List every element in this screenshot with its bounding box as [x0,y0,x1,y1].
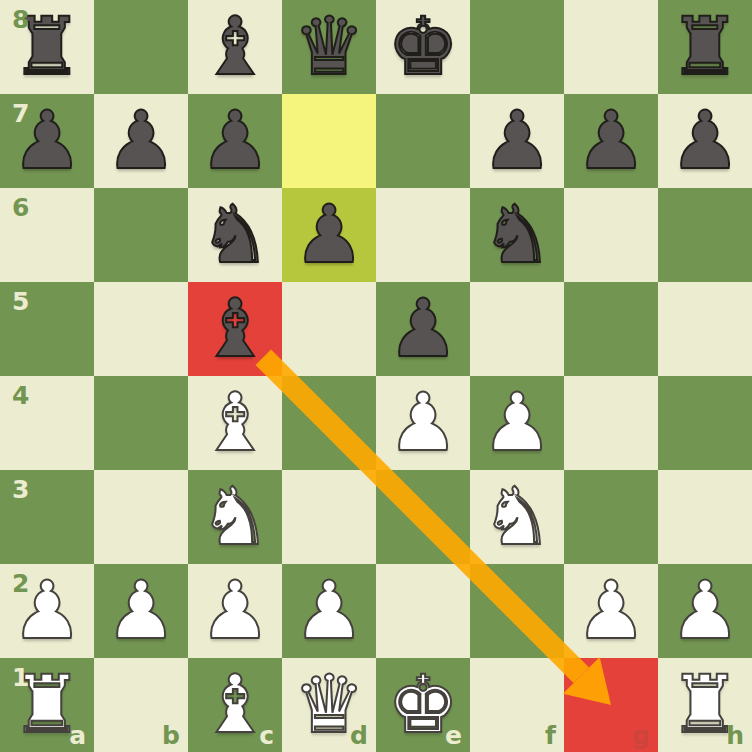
square-a6[interactable]: 6 [0,188,94,282]
square-h7[interactable]: ♟ [658,94,752,188]
square-f7[interactable]: ♟ [470,94,564,188]
piece-white-pawn[interactable]: ♟ [376,376,470,470]
piece-white-pawn[interactable]: ♟ [470,376,564,470]
piece-black-pawn[interactable]: ♟ [470,94,564,188]
rank-label-5: 5 [12,287,29,316]
rank-label-7: 7 [12,99,29,128]
square-e8[interactable]: ♚ [376,0,470,94]
file-label-d: d [350,721,368,750]
piece-white-bishop[interactable]: ♝ [188,376,282,470]
square-e3[interactable] [376,470,470,564]
rank-label-4: 4 [12,381,29,410]
piece-white-pawn[interactable]: ♟ [188,564,282,658]
square-g2[interactable]: ♟ [564,564,658,658]
piece-white-knight[interactable]: ♞ [470,470,564,564]
square-a8[interactable]: 8♜ [0,0,94,94]
square-b5[interactable] [94,282,188,376]
piece-white-knight[interactable]: ♞ [188,470,282,564]
square-g4[interactable] [564,376,658,470]
square-a3[interactable]: 3 [0,470,94,564]
square-e5[interactable]: ♟ [376,282,470,376]
piece-black-pawn[interactable]: ♟ [188,94,282,188]
file-label-a: a [69,721,86,750]
square-d2[interactable]: ♟ [282,564,376,658]
square-c3[interactable]: ♞ [188,470,282,564]
piece-white-pawn[interactable]: ♟ [564,564,658,658]
piece-white-pawn[interactable]: ♟ [282,564,376,658]
square-a7[interactable]: 7♟ [0,94,94,188]
square-g6[interactable] [564,188,658,282]
square-a1[interactable]: 1a♜ [0,658,94,752]
rank-label-8: 8 [12,5,29,34]
rank-label-2: 2 [12,569,29,598]
square-a2[interactable]: 2♟ [0,564,94,658]
square-c7[interactable]: ♟ [188,94,282,188]
square-h3[interactable] [658,470,752,564]
square-h1[interactable]: h♜ [658,658,752,752]
square-d5[interactable] [282,282,376,376]
piece-black-rook[interactable]: ♜ [658,0,752,94]
piece-black-bishop[interactable]: ♝ [188,0,282,94]
square-a5[interactable]: 5 [0,282,94,376]
square-h6[interactable] [658,188,752,282]
square-c6[interactable]: ♞ [188,188,282,282]
piece-black-bishop[interactable]: ♝ [188,282,282,376]
piece-black-queen[interactable]: ♛ [282,0,376,94]
square-f6[interactable]: ♞ [470,188,564,282]
square-c8[interactable]: ♝ [188,0,282,94]
square-b8[interactable] [94,0,188,94]
square-e7[interactable] [376,94,470,188]
square-f8[interactable] [470,0,564,94]
square-d4[interactable] [282,376,376,470]
square-b4[interactable] [94,376,188,470]
square-f3[interactable]: ♞ [470,470,564,564]
chess-board-wrapper: 8♜♝♛♚♜7♟♟♟♟♟♟6♞♟♞5♝♟4♝♟♟3♞♞2♟♟♟♟♟♟1a♜bc♝… [0,0,752,752]
piece-black-pawn[interactable]: ♟ [282,188,376,282]
square-e2[interactable] [376,564,470,658]
square-b2[interactable]: ♟ [94,564,188,658]
square-h5[interactable] [658,282,752,376]
square-g5[interactable] [564,282,658,376]
square-g8[interactable] [564,0,658,94]
square-d3[interactable] [282,470,376,564]
file-label-e: e [445,721,462,750]
square-c4[interactable]: ♝ [188,376,282,470]
square-g3[interactable] [564,470,658,564]
square-f4[interactable]: ♟ [470,376,564,470]
square-c5[interactable]: ♝ [188,282,282,376]
piece-black-pawn[interactable]: ♟ [376,282,470,376]
file-label-g: g [632,721,650,750]
piece-black-pawn[interactable]: ♟ [658,94,752,188]
square-b7[interactable]: ♟ [94,94,188,188]
square-e1[interactable]: e♚ [376,658,470,752]
piece-white-pawn[interactable]: ♟ [94,564,188,658]
square-h4[interactable] [658,376,752,470]
rank-label-3: 3 [12,475,29,504]
piece-black-king[interactable]: ♚ [376,0,470,94]
file-label-h: h [726,721,744,750]
piece-black-pawn[interactable]: ♟ [564,94,658,188]
file-label-c: c [259,721,274,750]
file-label-b: b [162,721,180,750]
square-f2[interactable] [470,564,564,658]
square-e6[interactable] [376,188,470,282]
square-b1[interactable]: b [94,658,188,752]
square-h2[interactable]: ♟ [658,564,752,658]
square-d6[interactable]: ♟ [282,188,376,282]
square-c1[interactable]: c♝ [188,658,282,752]
chess-board: 8♜♝♛♚♜7♟♟♟♟♟♟6♞♟♞5♝♟4♝♟♟3♞♞2♟♟♟♟♟♟1a♜bc♝… [0,0,752,752]
square-a4[interactable]: 4 [0,376,94,470]
rank-label-6: 6 [12,193,29,222]
piece-black-pawn[interactable]: ♟ [94,94,188,188]
rank-label-1: 1 [12,663,29,692]
square-h8[interactable]: ♜ [658,0,752,94]
piece-black-knight[interactable]: ♞ [188,188,282,282]
file-label-f: f [545,721,556,750]
square-b3[interactable] [94,470,188,564]
square-f1[interactable]: f [470,658,564,752]
square-g1[interactable]: g [564,658,658,752]
square-g7[interactable]: ♟ [564,94,658,188]
square-b6[interactable] [94,188,188,282]
square-d1[interactable]: d♛ [282,658,376,752]
piece-black-knight[interactable]: ♞ [470,188,564,282]
square-f5[interactable] [470,282,564,376]
square-c2[interactable]: ♟ [188,564,282,658]
square-e4[interactable]: ♟ [376,376,470,470]
square-d7[interactable] [282,94,376,188]
piece-white-pawn[interactable]: ♟ [658,564,752,658]
square-d8[interactable]: ♛ [282,0,376,94]
